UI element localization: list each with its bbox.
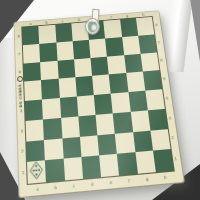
square-c6 — [57, 59, 75, 79]
square-a8 — [22, 26, 39, 45]
square-e3 — [96, 113, 115, 135]
coord-label: e — [101, 178, 120, 186]
cloth-fold-top-right — [162, 0, 193, 72]
square-a5 — [24, 80, 42, 101]
square-d7 — [72, 40, 90, 59]
square-b8 — [39, 25, 56, 44]
square-c7 — [56, 41, 74, 60]
square-f6 — [107, 55, 126, 75]
square-b4 — [42, 98, 60, 119]
coord-label: f — [120, 177, 139, 185]
coord-label: d — [83, 180, 102, 188]
uschess-knight-circle-icon — [17, 76, 23, 82]
square-a7 — [23, 44, 40, 63]
coord-label: c — [65, 182, 84, 190]
coord-label: h — [156, 173, 175, 181]
square-e5 — [92, 75, 111, 95]
square-b2 — [44, 138, 63, 161]
uschess-diamond-emblem — [29, 160, 44, 180]
square-h1 — [153, 149, 174, 172]
square-a4 — [25, 99, 43, 120]
square-a3 — [26, 119, 45, 141]
square-c2 — [62, 136, 81, 158]
square-h8 — [136, 17, 155, 36]
square-c8 — [55, 23, 73, 42]
square-b6 — [40, 60, 58, 80]
square-f8 — [103, 20, 121, 39]
square-b5 — [41, 79, 59, 100]
square-h7 — [138, 34, 157, 53]
square-a2 — [26, 140, 45, 163]
square-e2 — [97, 133, 117, 155]
coord-label: 7 — [16, 45, 22, 64]
square-e6 — [90, 56, 109, 76]
board-grid — [22, 17, 173, 184]
square-e1 — [99, 154, 119, 177]
square-d2 — [80, 135, 100, 157]
square-c3 — [61, 116, 80, 138]
square-h5 — [143, 70, 162, 90]
square-e7 — [89, 38, 107, 57]
square-f5 — [109, 73, 128, 93]
coord-label: 2 — [19, 141, 26, 163]
coord-label: g — [138, 175, 157, 183]
square-f3 — [113, 112, 133, 134]
square-d4 — [77, 95, 96, 116]
square-c4 — [59, 97, 78, 118]
square-h3 — [148, 109, 168, 131]
square-d5 — [75, 76, 94, 96]
coord-label: 3 — [18, 121, 25, 142]
square-d1 — [81, 156, 101, 179]
square-e8 — [87, 21, 105, 40]
uschess-wordmark: US CHESS — [18, 84, 23, 108]
square-b7 — [39, 42, 57, 61]
square-c1 — [63, 157, 83, 180]
square-h6 — [140, 52, 159, 72]
chessboard: abcdefgh abcdefgh 87654321 87654321 US C… — [14, 11, 183, 197]
shadow-corner-top-right — [185, 0, 200, 62]
square-d3 — [78, 115, 97, 137]
square-h2 — [150, 129, 170, 151]
square-b1 — [45, 159, 64, 182]
square-f4 — [111, 92, 130, 113]
square-e4 — [94, 94, 113, 115]
square-f7 — [105, 37, 123, 56]
square-d8 — [71, 22, 89, 41]
coord-label: b — [46, 183, 65, 191]
square-a6 — [24, 62, 42, 82]
square-d6 — [74, 58, 92, 78]
square-b3 — [43, 118, 62, 140]
square-h4 — [145, 89, 165, 110]
photo-scene: abcdefgh abcdefgh 87654321 87654321 US C… — [0, 0, 200, 200]
coord-label: a — [28, 185, 47, 193]
square-c5 — [58, 77, 76, 98]
coord-label: 1 — [20, 162, 27, 184]
coord-label: 8 — [16, 28, 22, 46]
